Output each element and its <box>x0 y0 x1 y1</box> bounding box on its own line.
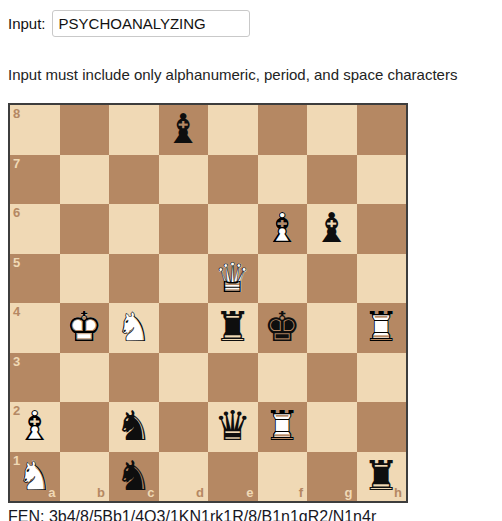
square-a8: 8 <box>10 105 60 155</box>
square-e2: ♛ <box>208 402 258 452</box>
square-h8 <box>357 105 407 155</box>
square-g6: ♝ <box>307 204 357 254</box>
white-knight-a1: ♞♘ <box>10 452 60 502</box>
file-label-f: f <box>299 486 303 499</box>
text-input[interactable] <box>52 10 250 37</box>
chess-board: 8♝76♝♗♝5♛♕4♚♔♞♘♜♚♜♖32♝♗♞♛♜♖1a♞♘bc♞defgh♜ <box>8 103 408 503</box>
piece-outline: ♘ <box>109 303 159 353</box>
piece-outline: ♕ <box>208 254 258 304</box>
input-label: Input: <box>8 15 46 32</box>
square-c5 <box>109 254 159 304</box>
square-a1: 1a♞♘ <box>10 452 60 502</box>
square-a2: 2♝♗ <box>10 402 60 452</box>
square-g7 <box>307 155 357 205</box>
square-h1: h♜ <box>357 452 407 502</box>
square-g3 <box>307 353 357 403</box>
square-g2 <box>307 402 357 452</box>
square-c1: c♞ <box>109 452 159 502</box>
square-e7 <box>208 155 258 205</box>
square-h2 <box>357 402 407 452</box>
black-knight-c1: ♞ <box>109 452 159 502</box>
square-c7 <box>109 155 159 205</box>
square-b3 <box>60 353 110 403</box>
square-h6 <box>357 204 407 254</box>
file-label-e: e <box>246 486 253 499</box>
square-c4: ♞♘ <box>109 303 159 353</box>
square-c3 <box>109 353 159 403</box>
square-b6 <box>60 204 110 254</box>
rank-label-8: 8 <box>13 107 20 120</box>
square-b5 <box>60 254 110 304</box>
square-f5 <box>258 254 308 304</box>
square-a3: 3 <box>10 353 60 403</box>
black-knight-c2: ♞ <box>109 402 159 452</box>
square-a6: 6 <box>10 204 60 254</box>
rank-label-5: 5 <box>13 256 20 269</box>
piece-outline: ♗ <box>10 402 60 452</box>
white-queen-e5: ♛♕ <box>208 254 258 304</box>
square-g1: g <box>307 452 357 502</box>
square-a4: 4 <box>10 303 60 353</box>
square-d8: ♝ <box>159 105 209 155</box>
square-f6: ♝♗ <box>258 204 308 254</box>
square-b2 <box>60 402 110 452</box>
rank-label-6: 6 <box>13 206 20 219</box>
square-f2: ♜♖ <box>258 402 308 452</box>
square-g4 <box>307 303 357 353</box>
square-f8 <box>258 105 308 155</box>
input-row: Input: <box>8 10 494 37</box>
square-d1: d <box>159 452 209 502</box>
square-h5 <box>357 254 407 304</box>
square-a5: 5 <box>10 254 60 304</box>
file-label-g: g <box>345 486 353 499</box>
square-e8 <box>208 105 258 155</box>
validation-message: Input must include only alphanumeric, pe… <box>8 66 494 83</box>
piece-outline: ♗ <box>258 204 308 254</box>
square-h7 <box>357 155 407 205</box>
square-d4 <box>159 303 209 353</box>
fen-caption: FEN: 3b4/8/5Bb1/4Q3/1KN1rk1R/8/B1n1qR2/N… <box>8 508 494 521</box>
square-b8 <box>60 105 110 155</box>
rank-label-3: 3 <box>13 355 20 368</box>
square-b7 <box>60 155 110 205</box>
square-e6 <box>208 204 258 254</box>
square-c6 <box>109 204 159 254</box>
black-queen-e2: ♛ <box>208 402 258 452</box>
file-label-b: b <box>97 486 105 499</box>
file-label-d: d <box>196 486 204 499</box>
black-bishop-d8: ♝ <box>159 105 209 155</box>
rank-label-4: 4 <box>13 305 20 318</box>
black-rook-e4: ♜ <box>208 303 258 353</box>
square-a7: 7 <box>10 155 60 205</box>
square-h3 <box>357 353 407 403</box>
square-f3 <box>258 353 308 403</box>
black-king-f4: ♚ <box>258 303 308 353</box>
piece-outline: ♔ <box>60 303 110 353</box>
square-f4: ♚ <box>258 303 308 353</box>
square-f7 <box>258 155 308 205</box>
square-e3 <box>208 353 258 403</box>
square-g5 <box>307 254 357 304</box>
white-king-b4: ♚♔ <box>60 303 110 353</box>
square-d6 <box>159 204 209 254</box>
square-e1: e <box>208 452 258 502</box>
white-bishop-a2: ♝♗ <box>10 402 60 452</box>
piece-outline: ♖ <box>357 303 407 353</box>
square-e5: ♛♕ <box>208 254 258 304</box>
white-rook-h4: ♜♖ <box>357 303 407 353</box>
square-d3 <box>159 353 209 403</box>
square-e4: ♜ <box>208 303 258 353</box>
square-b1: b <box>60 452 110 502</box>
black-rook-h1: ♜ <box>357 452 407 502</box>
square-c2: ♞ <box>109 402 159 452</box>
piece-outline: ♘ <box>10 452 60 502</box>
square-b4: ♚♔ <box>60 303 110 353</box>
white-rook-f2: ♜♖ <box>258 402 308 452</box>
square-c8 <box>109 105 159 155</box>
rank-label-7: 7 <box>13 157 20 170</box>
piece-outline: ♖ <box>258 402 308 452</box>
white-knight-c4: ♞♘ <box>109 303 159 353</box>
square-d2 <box>159 402 209 452</box>
square-g8 <box>307 105 357 155</box>
square-f1: f <box>258 452 308 502</box>
white-bishop-f6: ♝♗ <box>258 204 308 254</box>
square-h4: ♜♖ <box>357 303 407 353</box>
black-bishop-g6: ♝ <box>307 204 357 254</box>
square-d5 <box>159 254 209 304</box>
square-d7 <box>159 155 209 205</box>
